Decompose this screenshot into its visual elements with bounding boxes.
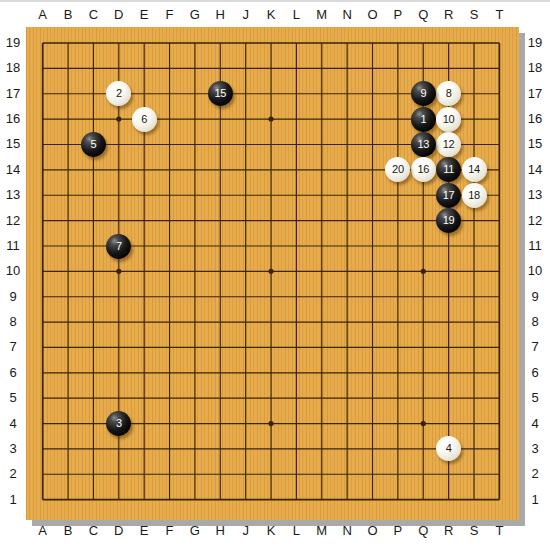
column-label-bottom-O: O <box>360 524 386 538</box>
star-point-Q10 <box>421 269 426 274</box>
column-label-top-F: F <box>157 8 183 22</box>
row-label-left-14: 14 <box>2 163 24 177</box>
row-label-right-12: 12 <box>524 214 546 228</box>
star-point-K4 <box>268 421 273 426</box>
column-label-top-G: G <box>182 8 208 22</box>
move-number: 15 <box>214 88 226 99</box>
column-label-bottom-F: F <box>157 524 183 538</box>
row-label-right-2: 2 <box>524 467 546 481</box>
go-stone-white-S13[interactable]: 18 <box>462 183 487 208</box>
row-label-right-17: 17 <box>524 87 546 101</box>
row-label-right-6: 6 <box>524 366 546 380</box>
row-label-right-8: 8 <box>524 315 546 329</box>
move-number: 12 <box>443 139 455 150</box>
column-label-bottom-H: H <box>207 524 233 538</box>
move-number: 17 <box>443 189 455 200</box>
row-label-left-11: 11 <box>2 239 24 253</box>
column-label-top-P: P <box>385 8 411 22</box>
row-label-right-14: 14 <box>524 163 546 177</box>
row-label-left-5: 5 <box>2 391 24 405</box>
column-label-bottom-G: G <box>182 524 208 538</box>
row-label-left-12: 12 <box>2 214 24 228</box>
go-stone-black-Q15[interactable]: 13 <box>411 132 436 157</box>
go-stone-white-S14[interactable]: 14 <box>462 157 487 182</box>
column-label-bottom-R: R <box>436 524 462 538</box>
move-number: 7 <box>116 240 122 251</box>
row-label-left-16: 16 <box>2 112 24 126</box>
move-number: 14 <box>468 164 480 175</box>
move-number: 4 <box>446 443 452 454</box>
star-point-K16 <box>268 117 273 122</box>
move-number: 10 <box>443 113 455 124</box>
row-label-left-2: 2 <box>2 467 24 481</box>
column-label-top-A: A <box>30 8 56 22</box>
column-label-bottom-L: L <box>283 524 309 538</box>
column-label-top-Q: Q <box>410 8 436 22</box>
go-stone-black-Q17[interactable]: 9 <box>411 81 436 106</box>
row-label-right-16: 16 <box>524 112 546 126</box>
star-point-K10 <box>268 269 273 274</box>
row-label-left-10: 10 <box>2 264 24 278</box>
star-point-D16 <box>116 117 121 122</box>
move-number: 5 <box>90 139 96 150</box>
row-label-left-3: 3 <box>2 442 24 456</box>
go-stone-white-E16[interactable]: 6 <box>132 107 157 132</box>
row-label-right-4: 4 <box>524 417 546 431</box>
move-number: 11 <box>443 164 454 175</box>
row-label-right-19: 19 <box>524 36 546 50</box>
column-label-bottom-B: B <box>55 524 81 538</box>
column-label-bottom-A: A <box>30 524 56 538</box>
move-number: 18 <box>468 189 480 200</box>
column-label-top-T: T <box>486 8 512 22</box>
move-number: 1 <box>420 113 426 124</box>
row-label-right-3: 3 <box>524 442 546 456</box>
row-label-left-15: 15 <box>2 137 24 151</box>
move-number: 6 <box>141 113 147 124</box>
column-label-top-K: K <box>258 8 284 22</box>
move-number: 16 <box>417 164 429 175</box>
row-label-right-5: 5 <box>524 391 546 405</box>
row-label-left-13: 13 <box>2 188 24 202</box>
go-stone-black-R13[interactable]: 17 <box>436 183 461 208</box>
move-number: 20 <box>392 164 404 175</box>
star-point-Q4 <box>421 421 426 426</box>
row-label-left-18: 18 <box>2 61 24 75</box>
column-label-top-C: C <box>80 8 106 22</box>
row-label-right-15: 15 <box>524 137 546 151</box>
column-label-top-R: R <box>436 8 462 22</box>
column-label-top-H: H <box>207 8 233 22</box>
move-number: 8 <box>446 88 452 99</box>
column-label-top-L: L <box>283 8 309 22</box>
row-label-left-17: 17 <box>2 87 24 101</box>
row-label-right-18: 18 <box>524 61 546 75</box>
star-point-D10 <box>116 269 121 274</box>
move-number: 13 <box>417 139 429 150</box>
column-label-bottom-T: T <box>486 524 512 538</box>
go-board[interactable]: 1234567891011121314151617181920 <box>26 27 519 520</box>
row-label-right-7: 7 <box>524 340 546 354</box>
column-label-bottom-K: K <box>258 524 284 538</box>
row-label-left-6: 6 <box>2 366 24 380</box>
column-label-bottom-C: C <box>80 524 106 538</box>
column-label-bottom-P: P <box>385 524 411 538</box>
move-number: 9 <box>420 88 426 99</box>
row-label-left-4: 4 <box>2 417 24 431</box>
go-diagram: ABCDEFGHJKLMNOPQRST ABCDEFGHJKLMNOPQRST … <box>0 0 550 550</box>
row-label-left-1: 1 <box>2 493 24 507</box>
column-label-bottom-N: N <box>334 524 360 538</box>
row-label-left-9: 9 <box>2 290 24 304</box>
row-label-right-13: 13 <box>524 188 546 202</box>
go-stone-black-C15[interactable]: 5 <box>81 132 106 157</box>
column-label-bottom-M: M <box>309 524 335 538</box>
row-label-left-7: 7 <box>2 340 24 354</box>
column-label-top-E: E <box>131 8 157 22</box>
row-label-right-10: 10 <box>524 264 546 278</box>
row-label-right-1: 1 <box>524 493 546 507</box>
column-label-bottom-Q: Q <box>410 524 436 538</box>
go-stone-black-Q16[interactable]: 1 <box>411 107 436 132</box>
move-number: 19 <box>443 215 455 226</box>
row-label-left-19: 19 <box>2 36 24 50</box>
row-label-right-9: 9 <box>524 290 546 304</box>
column-label-top-J: J <box>233 8 259 22</box>
column-label-top-N: N <box>334 8 360 22</box>
column-label-bottom-D: D <box>106 524 132 538</box>
go-stone-white-R16[interactable]: 10 <box>436 107 461 132</box>
column-label-bottom-E: E <box>131 524 157 538</box>
column-label-top-D: D <box>106 8 132 22</box>
row-label-right-11: 11 <box>524 239 546 253</box>
go-stone-black-D11[interactable]: 7 <box>106 234 131 259</box>
column-label-top-B: B <box>55 8 81 22</box>
column-label-bottom-J: J <box>233 524 259 538</box>
window-top-edge <box>0 0 550 2</box>
column-label-bottom-S: S <box>461 524 487 538</box>
row-label-left-8: 8 <box>2 315 24 329</box>
column-label-top-S: S <box>461 8 487 22</box>
column-label-top-M: M <box>309 8 335 22</box>
go-stone-white-R15[interactable]: 12 <box>436 132 461 157</box>
move-number: 2 <box>116 88 122 99</box>
go-stone-black-H17[interactable]: 15 <box>208 81 233 106</box>
column-label-top-O: O <box>360 8 386 22</box>
move-number: 3 <box>116 418 122 429</box>
